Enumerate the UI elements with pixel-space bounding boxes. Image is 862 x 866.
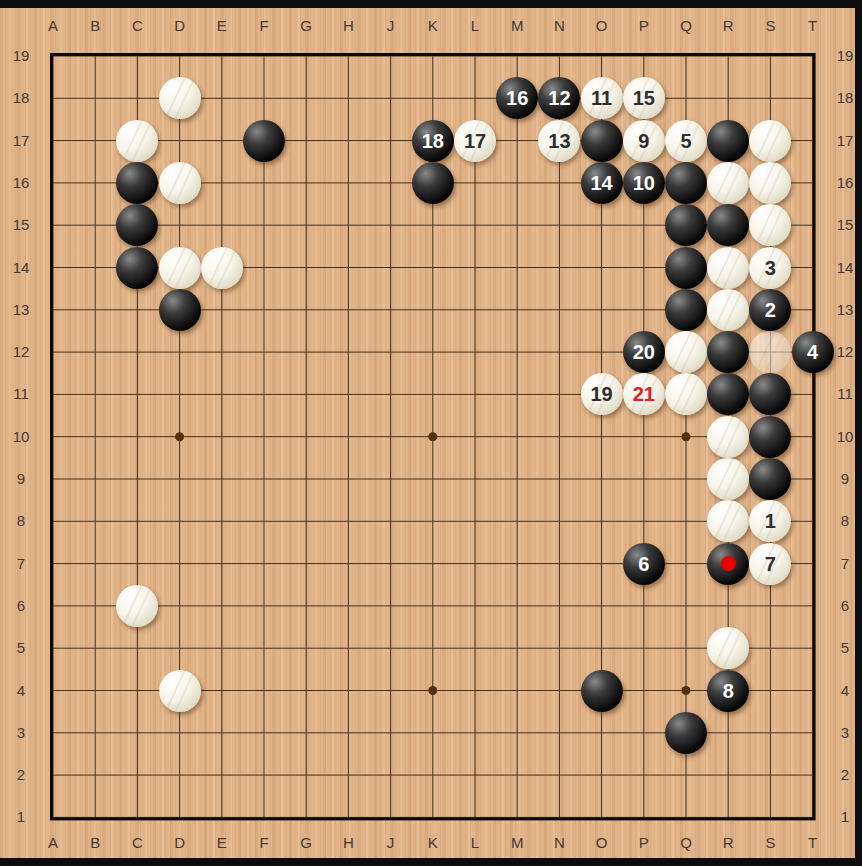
coordinate-label-R: R — [713, 835, 743, 851]
coordinate-label-10: 10 — [6, 429, 36, 445]
stone-C16[interactable] — [116, 162, 158, 204]
move-number-7: 7 — [765, 554, 776, 574]
stone-R9[interactable] — [707, 458, 749, 500]
stone-K17[interactable]: 18 — [412, 120, 454, 162]
stone-O4[interactable] — [581, 670, 623, 712]
coordinate-label-N: N — [544, 18, 574, 34]
move-number-21: 21 — [633, 384, 655, 404]
coordinate-label-K: K — [418, 18, 448, 34]
stone-S17[interactable] — [749, 120, 791, 162]
coordinate-label-16: 16 — [6, 175, 36, 191]
stone-R14[interactable] — [707, 247, 749, 289]
coordinate-label-13: 13 — [830, 302, 860, 318]
stone-Q12[interactable] — [665, 331, 707, 373]
stone-P17[interactable]: 9 — [623, 120, 665, 162]
coordinate-label-A: A — [38, 835, 68, 851]
coordinate-label-19: 19 — [6, 48, 36, 64]
coordinate-label-T: T — [798, 18, 828, 34]
stone-D18[interactable] — [159, 77, 201, 119]
move-number-12: 12 — [548, 88, 570, 108]
stone-R10[interactable] — [707, 416, 749, 458]
coordinate-label-Q: Q — [671, 18, 701, 34]
coordinate-label-S: S — [755, 18, 785, 34]
stone-O11[interactable]: 19 — [581, 373, 623, 415]
coordinate-label-J: J — [376, 835, 406, 851]
stone-R16[interactable] — [707, 162, 749, 204]
stone-R7[interactable] — [707, 543, 749, 585]
stone-T12[interactable]: 4 — [792, 331, 834, 373]
coordinate-label-17: 17 — [830, 133, 860, 149]
coordinate-label-D: D — [165, 835, 195, 851]
coordinate-label-S: S — [755, 835, 785, 851]
coordinate-label-L: L — [460, 835, 490, 851]
stone-D13[interactable] — [159, 289, 201, 331]
stone-K16[interactable] — [412, 162, 454, 204]
stone-E14[interactable] — [201, 247, 243, 289]
coordinate-label-A: A — [38, 18, 68, 34]
coordinate-label-14: 14 — [830, 260, 860, 276]
coordinate-label-L: L — [460, 18, 490, 34]
coordinate-label-G: G — [291, 18, 321, 34]
coordinate-label-4: 4 — [6, 683, 36, 699]
coordinate-label-E: E — [207, 18, 237, 34]
coordinate-label-F: F — [249, 835, 279, 851]
stone-O16[interactable]: 14 — [581, 162, 623, 204]
move-number-10: 10 — [633, 173, 655, 193]
stone-P7[interactable]: 6 — [623, 543, 665, 585]
coordinate-label-9: 9 — [830, 471, 860, 487]
coordinate-label-H: H — [333, 18, 363, 34]
move-number-15: 15 — [633, 88, 655, 108]
move-number-14: 14 — [590, 173, 612, 193]
coordinate-label-K: K — [418, 835, 448, 851]
coordinate-label-N: N — [544, 835, 574, 851]
move-number-2: 2 — [765, 300, 776, 320]
coordinate-label-O: O — [587, 18, 617, 34]
coordinate-label-15: 15 — [830, 217, 860, 233]
coordinate-label-F: F — [249, 18, 279, 34]
coordinate-label-M: M — [502, 18, 532, 34]
coordinate-label-6: 6 — [830, 598, 860, 614]
coordinate-label-T: T — [798, 835, 828, 851]
coordinate-label-D: D — [165, 18, 195, 34]
coordinate-label-8: 8 — [6, 513, 36, 529]
move-number-5: 5 — [680, 131, 691, 151]
coordinate-label-18: 18 — [6, 90, 36, 106]
coordinate-label-16: 16 — [830, 175, 860, 191]
stone-D14[interactable] — [159, 247, 201, 289]
coordinate-label-3: 3 — [6, 725, 36, 741]
coordinate-label-2: 2 — [6, 767, 36, 783]
stone-S7[interactable]: 7 — [749, 543, 791, 585]
coordinate-label-B: B — [80, 835, 110, 851]
coordinate-label-7: 7 — [830, 556, 860, 572]
move-number-20: 20 — [633, 342, 655, 362]
move-number-6: 6 — [638, 554, 649, 574]
coordinate-label-15: 15 — [6, 217, 36, 233]
move-number-11: 11 — [591, 88, 612, 108]
coordinate-label-10: 10 — [830, 429, 860, 445]
stone-C6[interactable] — [116, 585, 158, 627]
stone-P12[interactable]: 20 — [623, 331, 665, 373]
coordinate-label-12: 12 — [6, 344, 36, 360]
stone-P11[interactable]: 21 — [623, 373, 665, 415]
stone-S16[interactable] — [749, 162, 791, 204]
stone-P16[interactable]: 10 — [623, 162, 665, 204]
coordinate-label-M: M — [502, 835, 532, 851]
coordinate-label-1: 1 — [6, 809, 36, 825]
move-number-17: 17 — [464, 131, 486, 151]
stone-O18[interactable]: 11 — [581, 77, 623, 119]
coordinate-label-19: 19 — [830, 48, 860, 64]
stone-P18[interactable]: 15 — [623, 77, 665, 119]
move-number-16: 16 — [506, 88, 528, 108]
coordinate-label-4: 4 — [830, 683, 860, 699]
stone-S14[interactable]: 3 — [749, 247, 791, 289]
coordinate-label-P: P — [629, 18, 659, 34]
stone-R4[interactable]: 8 — [707, 670, 749, 712]
coordinate-label-3: 3 — [830, 725, 860, 741]
stone-O17[interactable] — [581, 120, 623, 162]
stone-Q17[interactable]: 5 — [665, 120, 707, 162]
stone-Q13[interactable] — [665, 289, 707, 331]
coordinate-label-11: 11 — [6, 386, 36, 402]
coordinate-label-C: C — [122, 18, 152, 34]
stone-C17[interactable] — [116, 120, 158, 162]
stone-R17[interactable] — [707, 120, 749, 162]
stone-C14[interactable] — [116, 247, 158, 289]
coordinate-label-E: E — [207, 835, 237, 851]
stone-Q16[interactable] — [665, 162, 707, 204]
move-number-3: 3 — [765, 258, 776, 278]
stone-F17[interactable] — [243, 120, 285, 162]
coordinate-label-R: R — [713, 18, 743, 34]
move-number-19: 19 — [590, 384, 612, 404]
coordinate-label-J: J — [376, 18, 406, 34]
stone-S13[interactable]: 2 — [749, 289, 791, 331]
stone-D16[interactable] — [159, 162, 201, 204]
coordinate-label-18: 18 — [830, 90, 860, 106]
move-number-4: 4 — [807, 342, 818, 362]
stone-Q3[interactable] — [665, 712, 707, 754]
coordinate-label-8: 8 — [830, 513, 860, 529]
coordinate-label-H: H — [333, 835, 363, 851]
go-app-window: ABCDEFGHJKLMNOPQRST ABCDEFGHJKLMNOPQRST … — [0, 0, 862, 866]
stone-S10[interactable] — [749, 416, 791, 458]
coordinate-label-5: 5 — [6, 640, 36, 656]
coordinate-label-5: 5 — [830, 640, 860, 656]
coordinate-label-9: 9 — [6, 471, 36, 487]
coordinate-label-2: 2 — [830, 767, 860, 783]
move-number-18: 18 — [422, 131, 444, 151]
coordinate-label-Q: Q — [671, 835, 701, 851]
coordinate-label-14: 14 — [6, 260, 36, 276]
stone-N17[interactable]: 13 — [538, 120, 580, 162]
coordinate-label-11: 11 — [830, 386, 860, 402]
coordinate-label-C: C — [122, 835, 152, 851]
coordinate-label-7: 7 — [6, 556, 36, 572]
move-number-8: 8 — [723, 681, 734, 701]
stone-R13[interactable] — [707, 289, 749, 331]
stone-Q14[interactable] — [665, 247, 707, 289]
coordinate-label-17: 17 — [6, 133, 36, 149]
move-number-13: 13 — [548, 131, 570, 151]
coordinate-label-P: P — [629, 835, 659, 851]
move-number-1: 1 — [765, 511, 776, 531]
current-move-dot-icon — [721, 556, 736, 571]
stone-L17[interactable]: 17 — [454, 120, 496, 162]
coordinate-label-1: 1 — [830, 809, 860, 825]
coordinate-label-6: 6 — [6, 598, 36, 614]
stone-Q15[interactable] — [665, 204, 707, 246]
coordinate-label-12: 12 — [830, 344, 860, 360]
coordinate-label-G: G — [291, 835, 321, 851]
coordinate-label-B: B — [80, 18, 110, 34]
stone-R12[interactable] — [707, 331, 749, 373]
coordinate-label-O: O — [587, 835, 617, 851]
coordinate-label-13: 13 — [6, 302, 36, 318]
move-number-9: 9 — [638, 131, 649, 151]
stone-D4[interactable] — [159, 670, 201, 712]
